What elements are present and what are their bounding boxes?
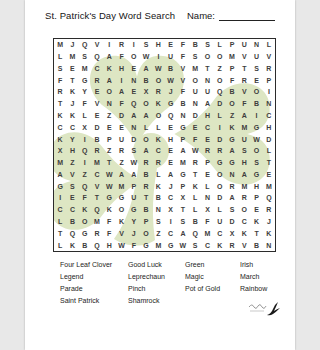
grid-cell-r4c15[interactable]: F xyxy=(226,74,238,86)
grid-cell-r15c17[interactable]: E xyxy=(250,204,262,216)
grid-cell-r11c7[interactable]: W xyxy=(128,157,140,169)
grid-cell-r18c10[interactable]: G xyxy=(164,239,176,251)
grid-cell-r3c8[interactable]: A xyxy=(140,63,152,75)
grid-cell-r14c15[interactable]: A xyxy=(226,192,238,204)
grid-cell-r3c18[interactable]: R xyxy=(263,63,275,75)
grid-cell-r10c14[interactable]: R xyxy=(214,145,226,157)
grid-cell-r12c18[interactable]: E xyxy=(263,169,275,181)
grid-cell-r10c15[interactable]: A xyxy=(226,145,238,157)
grid-cell-r8c15[interactable]: K xyxy=(226,121,238,133)
grid-cell-r10c7[interactable]: S xyxy=(128,145,140,157)
grid-cell-r15c10[interactable]: X xyxy=(164,204,176,216)
grid-cell-r7c15[interactable]: Z xyxy=(226,110,238,122)
grid-cell-r8c2[interactable]: C xyxy=(66,121,78,133)
grid-cell-r6c15[interactable]: O xyxy=(226,98,238,110)
grid-cell-r4c6[interactable]: I xyxy=(115,74,127,86)
grid-cell-r17c11[interactable]: A xyxy=(177,227,189,239)
grid-cell-r7c16[interactable]: A xyxy=(238,110,250,122)
grid-cell-r17c2[interactable]: Q xyxy=(66,227,78,239)
grid-cell-r11c4[interactable]: M xyxy=(91,157,103,169)
grid-cell-r15c6[interactable]: O xyxy=(115,204,127,216)
grid-cell-r8c13[interactable]: C xyxy=(201,121,213,133)
grid-cell-r12c14[interactable]: O xyxy=(214,169,226,181)
grid-cell-r14c12[interactable]: L xyxy=(189,192,201,204)
grid-cell-r2c16[interactable]: V xyxy=(238,51,250,63)
grid-cell-r6c5[interactable]: N xyxy=(103,98,115,110)
grid-cell-r16c17[interactable]: K xyxy=(250,216,262,228)
grid-cell-r9c18[interactable]: D xyxy=(263,133,275,145)
grid-cell-r16c18[interactable]: J xyxy=(263,216,275,228)
grid-cell-r16c15[interactable]: D xyxy=(226,216,238,228)
grid-cell-r4c11[interactable]: V xyxy=(177,74,189,86)
grid-cell-r6c7[interactable]: Q xyxy=(128,98,140,110)
grid-cell-r1c14[interactable]: L xyxy=(214,39,226,51)
grid-cell-r10c2[interactable]: H xyxy=(66,145,78,157)
grid-cell-r10c5[interactable]: Z xyxy=(103,145,115,157)
grid-cell-r1c3[interactable]: Q xyxy=(79,39,91,51)
grid-cell-r6c6[interactable]: F xyxy=(115,98,127,110)
grid-cell-r5c3[interactable]: Y xyxy=(79,86,91,98)
grid-cell-r12c9[interactable]: L xyxy=(152,169,164,181)
grid-cell-r13c9[interactable]: K xyxy=(152,180,164,192)
grid-cell-r14c1[interactable]: I xyxy=(54,192,66,204)
grid-cell-r14c10[interactable]: C xyxy=(164,192,176,204)
grid-cell-r13c8[interactable]: R xyxy=(140,180,152,192)
grid-cell-r18c2[interactable]: K xyxy=(66,239,78,251)
grid-cell-r15c7[interactable]: G xyxy=(128,204,140,216)
grid-cell-r10c16[interactable]: S xyxy=(238,145,250,157)
grid-cell-r4c14[interactable]: O xyxy=(214,74,226,86)
grid-cell-r13c3[interactable]: Q xyxy=(79,180,91,192)
grid-cell-r9c16[interactable]: U xyxy=(238,133,250,145)
grid-cell-r13c13[interactable]: L xyxy=(201,180,213,192)
grid-cell-r12c5[interactable]: W xyxy=(103,169,115,181)
grid-cell-r16c8[interactable]: P xyxy=(140,216,152,228)
grid-cell-r1c5[interactable]: I xyxy=(103,39,115,51)
grid-cell-r9c9[interactable]: K xyxy=(152,133,164,145)
grid-cell-r18c1[interactable]: L xyxy=(54,239,66,251)
grid-cell-r13c5[interactable]: W xyxy=(103,180,115,192)
grid-cell-r2c9[interactable]: I xyxy=(152,51,164,63)
grid-cell-r15c1[interactable]: C xyxy=(54,204,66,216)
grid-cell-r10c8[interactable]: A xyxy=(140,145,152,157)
grid-cell-r13c7[interactable]: P xyxy=(128,180,140,192)
grid-cell-r3c17[interactable]: S xyxy=(250,63,262,75)
grid-cell-r11c17[interactable]: S xyxy=(250,157,262,169)
grid-cell-r3c2[interactable]: E xyxy=(66,63,78,75)
grid-cell-r14c18[interactable]: Q xyxy=(263,192,275,204)
grid-cell-r18c8[interactable]: G xyxy=(140,239,152,251)
grid-cell-r16c16[interactable]: C xyxy=(238,216,250,228)
grid-cell-r3c13[interactable]: T xyxy=(201,63,213,75)
grid-cell-r6c1[interactable]: T xyxy=(54,98,66,110)
grid-cell-r13c17[interactable]: H xyxy=(250,180,262,192)
grid-cell-r18c11[interactable]: W xyxy=(177,239,189,251)
grid-cell-r3c4[interactable]: C xyxy=(91,63,103,75)
grid-cell-r18c4[interactable]: Q xyxy=(91,239,103,251)
grid-cell-r4c10[interactable]: W xyxy=(164,74,176,86)
grid-cell-r3c10[interactable]: B xyxy=(164,63,176,75)
grid-cell-r14c7[interactable]: U xyxy=(128,192,140,204)
grid-cell-r9c5[interactable]: P xyxy=(103,133,115,145)
grid-cell-r14c6[interactable]: G xyxy=(115,192,127,204)
grid-cell-r16c11[interactable]: S xyxy=(177,216,189,228)
grid-cell-r15c13[interactable]: X xyxy=(201,204,213,216)
grid-cell-r18c12[interactable]: S xyxy=(189,239,201,251)
grid-cell-r11c1[interactable]: M xyxy=(54,157,66,169)
grid-cell-r17c10[interactable]: C xyxy=(164,227,176,239)
grid-cell-r8c6[interactable]: E xyxy=(115,121,127,133)
grid-cell-r1c6[interactable]: R xyxy=(115,39,127,51)
grid-cell-r10c11[interactable]: A xyxy=(177,145,189,157)
grid-cell-r6c12[interactable]: N xyxy=(189,98,201,110)
grid-cell-r1c16[interactable]: U xyxy=(238,39,250,51)
grid-cell-r14c4[interactable]: T xyxy=(91,192,103,204)
grid-cell-r7c12[interactable]: D xyxy=(189,110,201,122)
grid-cell-r12c1[interactable]: A xyxy=(54,169,66,181)
grid-cell-r17c12[interactable]: Q xyxy=(189,227,201,239)
grid-cell-r2c18[interactable]: V xyxy=(263,51,275,63)
grid-cell-r10c13[interactable]: R xyxy=(201,145,213,157)
grid-cell-r5c5[interactable]: O xyxy=(103,86,115,98)
grid-cell-r7c13[interactable]: H xyxy=(201,110,213,122)
grid-cell-r2c4[interactable]: Q xyxy=(91,51,103,63)
grid-cell-r11c14[interactable]: G xyxy=(214,157,226,169)
grid-cell-r6c3[interactable]: F xyxy=(79,98,91,110)
grid-cell-r4c1[interactable]: F xyxy=(54,74,66,86)
grid-cell-r14c3[interactable]: F xyxy=(79,192,91,204)
grid-cell-r11c15[interactable]: G xyxy=(226,157,238,169)
grid-cell-r10c17[interactable]: O xyxy=(250,145,262,157)
grid-cell-r14c11[interactable]: X xyxy=(177,192,189,204)
grid-cell-r8c8[interactable]: L xyxy=(140,121,152,133)
grid-cell-r16c5[interactable]: F xyxy=(103,216,115,228)
grid-cell-r12c17[interactable]: G xyxy=(250,169,262,181)
grid-cell-r1c10[interactable]: E xyxy=(164,39,176,51)
grid-cell-r9c2[interactable]: Y xyxy=(66,133,78,145)
grid-cell-r13c16[interactable]: M xyxy=(238,180,250,192)
grid-cell-r14c14[interactable]: D xyxy=(214,192,226,204)
grid-cell-r2c2[interactable]: M xyxy=(66,51,78,63)
grid-cell-r7c18[interactable]: C xyxy=(263,110,275,122)
grid-cell-r17c18[interactable]: K xyxy=(263,227,275,239)
grid-cell-r2c8[interactable]: W xyxy=(140,51,152,63)
grid-cell-r7c1[interactable]: K xyxy=(54,110,66,122)
grid-cell-r3c1[interactable]: S xyxy=(54,63,66,75)
grid-cell-r13c10[interactable]: J xyxy=(164,180,176,192)
grid-cell-r1c18[interactable]: L xyxy=(263,39,275,51)
grid-cell-r17c9[interactable]: Z xyxy=(152,227,164,239)
grid-cell-r15c2[interactable]: C xyxy=(66,204,78,216)
grid-cell-r16c2[interactable]: B xyxy=(66,216,78,228)
grid-cell-r7c7[interactable]: A xyxy=(128,110,140,122)
grid-cell-r16c4[interactable]: M xyxy=(91,216,103,228)
grid-cell-r14c16[interactable]: R xyxy=(238,192,250,204)
grid-cell-r15c16[interactable]: O xyxy=(238,204,250,216)
grid-cell-r7c2[interactable]: K xyxy=(66,110,78,122)
grid-cell-r13c6[interactable]: M xyxy=(115,180,127,192)
grid-cell-r1c15[interactable]: P xyxy=(226,39,238,51)
grid-cell-r15c11[interactable]: T xyxy=(177,204,189,216)
grid-cell-r6c9[interactable]: K xyxy=(152,98,164,110)
grid-cell-r11c10[interactable]: E xyxy=(164,157,176,169)
grid-cell-r3c11[interactable]: V xyxy=(177,63,189,75)
grid-cell-r9c6[interactable]: U xyxy=(115,133,127,145)
grid-cell-r9c13[interactable]: E xyxy=(201,133,213,145)
grid-cell-r6c11[interactable]: B xyxy=(177,98,189,110)
grid-cell-r1c12[interactable]: B xyxy=(189,39,201,51)
grid-cell-r11c13[interactable]: P xyxy=(201,157,213,169)
grid-cell-r4c2[interactable]: T xyxy=(66,74,78,86)
grid-cell-r14c5[interactable]: G xyxy=(103,192,115,204)
grid-cell-r8c1[interactable]: C xyxy=(54,121,66,133)
grid-cell-r9c15[interactable]: G xyxy=(226,133,238,145)
grid-cell-r8c11[interactable]: G xyxy=(177,121,189,133)
grid-cell-r2c6[interactable]: F xyxy=(115,51,127,63)
grid-cell-r12c4[interactable]: C xyxy=(91,169,103,181)
grid-cell-r5c6[interactable]: A xyxy=(115,86,127,98)
grid-cell-r4c3[interactable]: G xyxy=(79,74,91,86)
grid-cell-r4c5[interactable]: A xyxy=(103,74,115,86)
grid-cell-r6c4[interactable]: V xyxy=(91,98,103,110)
grid-cell-r5c12[interactable]: U xyxy=(189,86,201,98)
grid-cell-r3c7[interactable]: E xyxy=(128,63,140,75)
grid-cell-r15c5[interactable]: K xyxy=(103,204,115,216)
grid-cell-r3c5[interactable]: K xyxy=(103,63,115,75)
grid-cell-r18c3[interactable]: B xyxy=(79,239,91,251)
grid-cell-r18c13[interactable]: C xyxy=(201,239,213,251)
grid-cell-r6c18[interactable]: N xyxy=(263,98,275,110)
grid-cell-r5c16[interactable]: V xyxy=(238,86,250,98)
grid-cell-r8c14[interactable]: I xyxy=(214,121,226,133)
grid-cell-r7c4[interactable]: E xyxy=(91,110,103,122)
grid-cell-r12c11[interactable]: G xyxy=(177,169,189,181)
grid-cell-r12c7[interactable]: A xyxy=(128,169,140,181)
grid-cell-r15c8[interactable]: B xyxy=(140,204,152,216)
grid-cell-r8c7[interactable]: N xyxy=(128,121,140,133)
grid-cell-r16c9[interactable]: S xyxy=(152,216,164,228)
grid-cell-r12c13[interactable]: E xyxy=(201,169,213,181)
grid-cell-r18c6[interactable]: W xyxy=(115,239,127,251)
grid-cell-r10c12[interactable]: W xyxy=(189,145,201,157)
grid-cell-r8c12[interactable]: E xyxy=(189,121,201,133)
grid-cell-r7c9[interactable]: O xyxy=(152,110,164,122)
grid-cell-r9c3[interactable]: I xyxy=(79,133,91,145)
grid-cell-r1c2[interactable]: J xyxy=(66,39,78,51)
grid-cell-r5c11[interactable]: F xyxy=(177,86,189,98)
grid-cell-r7c8[interactable]: A xyxy=(140,110,152,122)
grid-cell-r12c3[interactable]: Z xyxy=(79,169,91,181)
grid-cell-r7c11[interactable]: N xyxy=(177,110,189,122)
grid-cell-r7c10[interactable]: Q xyxy=(164,110,176,122)
grid-cell-r10c9[interactable]: C xyxy=(152,145,164,157)
grid-cell-r11c11[interactable]: M xyxy=(177,157,189,169)
grid-cell-r14c13[interactable]: N xyxy=(201,192,213,204)
grid-cell-r8c17[interactable]: G xyxy=(250,121,262,133)
grid-cell-r16c14[interactable]: U xyxy=(214,216,226,228)
grid-cell-r8c18[interactable]: H xyxy=(263,121,275,133)
grid-cell-r15c4[interactable]: Q xyxy=(91,204,103,216)
grid-cell-r5c17[interactable]: O xyxy=(250,86,262,98)
grid-cell-r1c13[interactable]: S xyxy=(201,39,213,51)
grid-cell-r2c3[interactable]: S xyxy=(79,51,91,63)
grid-cell-r7c6[interactable]: D xyxy=(115,110,127,122)
grid-cell-r13c2[interactable]: S xyxy=(66,180,78,192)
grid-cell-r6c10[interactable]: G xyxy=(164,98,176,110)
grid-cell-r16c7[interactable]: Y xyxy=(128,216,140,228)
grid-cell-r10c6[interactable]: R xyxy=(115,145,127,157)
grid-cell-r17c8[interactable]: O xyxy=(140,227,152,239)
grid-cell-r5c4[interactable]: E xyxy=(91,86,103,98)
grid-cell-r13c14[interactable]: O xyxy=(214,180,226,192)
grid-cell-r10c3[interactable]: Q xyxy=(79,145,91,157)
grid-cell-r6c2[interactable]: J xyxy=(66,98,78,110)
grid-cell-r7c17[interactable]: I xyxy=(250,110,262,122)
grid-cell-r15c18[interactable]: R xyxy=(263,204,275,216)
grid-cell-r4c18[interactable]: P xyxy=(263,74,275,86)
grid-cell-r9c14[interactable]: D xyxy=(214,133,226,145)
grid-cell-r12c8[interactable]: B xyxy=(140,169,152,181)
grid-cell-r2c1[interactable]: L xyxy=(54,51,66,63)
grid-cell-r5c13[interactable]: U xyxy=(201,86,213,98)
grid-cell-r11c8[interactable]: R xyxy=(140,157,152,169)
grid-cell-r17c16[interactable]: K xyxy=(238,227,250,239)
grid-cell-r18c17[interactable]: B xyxy=(250,239,262,251)
grid-cell-r3c12[interactable]: M xyxy=(189,63,201,75)
grid-cell-r15c3[interactable]: K xyxy=(79,204,91,216)
grid-cell-r17c1[interactable]: T xyxy=(54,227,66,239)
grid-cell-r16c6[interactable]: K xyxy=(115,216,127,228)
grid-cell-r5c8[interactable]: X xyxy=(140,86,152,98)
grid-cell-r1c7[interactable]: I xyxy=(128,39,140,51)
grid-cell-r18c18[interactable]: N xyxy=(263,239,275,251)
grid-cell-r12c6[interactable]: A xyxy=(115,169,127,181)
grid-cell-r17c14[interactable]: C xyxy=(214,227,226,239)
grid-cell-r3c14[interactable]: Z xyxy=(214,63,226,75)
grid-cell-r1c9[interactable]: H xyxy=(152,39,164,51)
grid-cell-r4c12[interactable]: O xyxy=(189,74,201,86)
grid-cell-r9c12[interactable]: F xyxy=(189,133,201,145)
grid-cell-r5c9[interactable]: R xyxy=(152,86,164,98)
grid-cell-r15c15[interactable]: S xyxy=(226,204,238,216)
grid-cell-r11c5[interactable]: T xyxy=(103,157,115,169)
grid-cell-r9c7[interactable]: D xyxy=(128,133,140,145)
grid-cell-r18c15[interactable]: R xyxy=(226,239,238,251)
grid-cell-r5c15[interactable]: B xyxy=(226,86,238,98)
grid-cell-r13c18[interactable]: M xyxy=(263,180,275,192)
grid-cell-r12c2[interactable]: V xyxy=(66,169,78,181)
grid-cell-r5c2[interactable]: K xyxy=(66,86,78,98)
grid-cell-r11c18[interactable]: T xyxy=(263,157,275,169)
grid-cell-r17c3[interactable]: G xyxy=(79,227,91,239)
grid-cell-r8c16[interactable]: M xyxy=(238,121,250,133)
grid-cell-r8c9[interactable]: L xyxy=(152,121,164,133)
grid-cell-r3c15[interactable]: P xyxy=(226,63,238,75)
grid-cell-r5c1[interactable]: R xyxy=(54,86,66,98)
grid-cell-r1c11[interactable]: F xyxy=(177,39,189,51)
grid-cell-r17c15[interactable]: X xyxy=(226,227,238,239)
grid-cell-r10c1[interactable]: X xyxy=(54,145,66,157)
grid-cell-r17c13[interactable]: M xyxy=(201,227,213,239)
grid-cell-r18c16[interactable]: V xyxy=(238,239,250,251)
grid-cell-r4c4[interactable]: R xyxy=(91,74,103,86)
grid-cell-r2c13[interactable]: O xyxy=(201,51,213,63)
grid-cell-r2c10[interactable]: U xyxy=(164,51,176,63)
grid-cell-r2c14[interactable]: O xyxy=(214,51,226,63)
grid-cell-r5c18[interactable]: I xyxy=(263,86,275,98)
grid-cell-r4c13[interactable]: N xyxy=(201,74,213,86)
grid-cell-r17c17[interactable]: T xyxy=(250,227,262,239)
grid-cell-r10c18[interactable]: L xyxy=(263,145,275,157)
grid-cell-r6c16[interactable]: F xyxy=(238,98,250,110)
grid-cell-r13c11[interactable]: P xyxy=(177,180,189,192)
grid-cell-r13c1[interactable]: G xyxy=(54,180,66,192)
grid-cell-r4c17[interactable]: E xyxy=(250,74,262,86)
grid-cell-r10c10[interactable]: E xyxy=(164,145,176,157)
grid-cell-r12c16[interactable]: A xyxy=(238,169,250,181)
grid-cell-r16c1[interactable]: L xyxy=(54,216,66,228)
grid-cell-r18c7[interactable]: F xyxy=(128,239,140,251)
grid-cell-r6c17[interactable]: B xyxy=(250,98,262,110)
grid-cell-r4c8[interactable]: B xyxy=(140,74,152,86)
grid-cell-r3c6[interactable]: H xyxy=(115,63,127,75)
grid-cell-r5c7[interactable]: E xyxy=(128,86,140,98)
grid-cell-r9c11[interactable]: P xyxy=(177,133,189,145)
grid-cell-r11c16[interactable]: H xyxy=(238,157,250,169)
grid-cell-r17c7[interactable]: J xyxy=(128,227,140,239)
name-input-line[interactable] xyxy=(219,11,275,21)
grid-cell-r14c8[interactable]: T xyxy=(140,192,152,204)
grid-cell-r5c10[interactable]: J xyxy=(164,86,176,98)
grid-cell-r11c9[interactable]: R xyxy=(152,157,164,169)
grid-cell-r3c9[interactable]: W xyxy=(152,63,164,75)
grid-cell-r18c14[interactable]: K xyxy=(214,239,226,251)
grid-cell-r14c9[interactable]: B xyxy=(152,192,164,204)
grid-cell-r17c6[interactable]: V xyxy=(115,227,127,239)
grid-cell-r6c14[interactable]: D xyxy=(214,98,226,110)
grid-cell-r16c13[interactable]: F xyxy=(201,216,213,228)
grid-cell-r11c2[interactable]: Z xyxy=(66,157,78,169)
grid-cell-r9c4[interactable]: B xyxy=(91,133,103,145)
grid-cell-r2c7[interactable]: O xyxy=(128,51,140,63)
grid-cell-r4c9[interactable]: O xyxy=(152,74,164,86)
grid-cell-r18c5[interactable]: H xyxy=(103,239,115,251)
grid-cell-r14c2[interactable]: E xyxy=(66,192,78,204)
grid-cell-r13c4[interactable]: V xyxy=(91,180,103,192)
grid-cell-r15c9[interactable]: N xyxy=(152,204,164,216)
grid-cell-r16c3[interactable]: O xyxy=(79,216,91,228)
grid-cell-r5c14[interactable]: Q xyxy=(214,86,226,98)
grid-cell-r1c4[interactable]: V xyxy=(91,39,103,51)
grid-cell-r8c4[interactable]: D xyxy=(91,121,103,133)
grid-cell-r9c1[interactable]: K xyxy=(54,133,66,145)
grid-cell-r16c10[interactable]: I xyxy=(164,216,176,228)
grid-cell-r8c5[interactable]: E xyxy=(103,121,115,133)
grid-cell-r15c14[interactable]: L xyxy=(214,204,226,216)
grid-cell-r6c8[interactable]: O xyxy=(140,98,152,110)
grid-cell-r13c12[interactable]: K xyxy=(189,180,201,192)
grid-cell-r18c9[interactable]: M xyxy=(152,239,164,251)
grid-cell-r12c12[interactable]: T xyxy=(189,169,201,181)
grid-cell-r14c17[interactable]: P xyxy=(250,192,262,204)
grid-cell-r1c1[interactable]: M xyxy=(54,39,66,51)
grid-cell-r7c3[interactable]: L xyxy=(79,110,91,122)
grid-cell-r15c12[interactable]: L xyxy=(189,204,201,216)
grid-cell-r2c11[interactable]: F xyxy=(177,51,189,63)
grid-cell-r10c4[interactable]: R xyxy=(91,145,103,157)
grid-cell-r8c3[interactable]: X xyxy=(79,121,91,133)
grid-cell-r7c5[interactable]: Z xyxy=(103,110,115,122)
